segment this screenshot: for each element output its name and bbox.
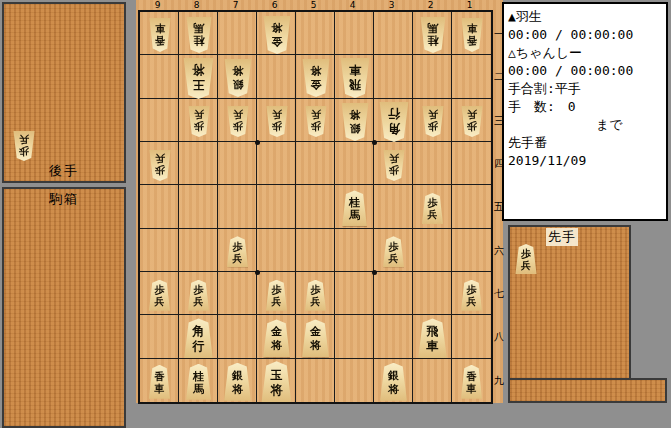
- board-square[interactable]: [413, 359, 452, 402]
- piece-kanji: 歩 兵: [155, 152, 165, 178]
- board-square[interactable]: [374, 55, 413, 98]
- piece-kanji: 歩 兵: [467, 109, 477, 135]
- sente-captured-tray: 先手 歩 兵: [508, 225, 631, 378]
- piece-kanji: 歩 兵: [521, 246, 531, 272]
- board-square[interactable]: [296, 185, 335, 228]
- file-label: 4: [333, 0, 372, 10]
- file-label: 1: [450, 0, 489, 10]
- piece-kanji: 桂 馬: [349, 194, 360, 222]
- board-area: 987654321 香 車桂 馬金 将桂 馬香 車王 将銀 将金 将飛 車歩 兵…: [136, 0, 503, 403]
- piece-kanji: 金 将: [310, 323, 321, 353]
- piece-box-label: 駒箱: [4, 190, 124, 208]
- piece-kanji: 金 将: [271, 20, 282, 50]
- piece-kanji: 歩 兵: [428, 109, 438, 135]
- gote-captured-tray: 歩 兵 後手: [2, 2, 126, 183]
- board-square[interactable]: [413, 55, 452, 98]
- piece-kanji: 銀 将: [232, 367, 243, 397]
- board-square[interactable]: [257, 185, 296, 228]
- sente-hand-pieces: 歩 兵: [510, 227, 629, 378]
- star-point: [255, 270, 260, 275]
- board-square[interactable]: [374, 12, 413, 55]
- piece-kanji: 角 行: [388, 106, 400, 138]
- piece-kanji: 玉 将: [271, 366, 283, 398]
- board-grid: 香 車桂 馬金 将桂 馬香 車王 将銀 将金 将飛 車歩 兵歩 兵歩 兵歩 兵銀…: [138, 10, 493, 404]
- board-square[interactable]: [413, 272, 452, 315]
- move-count-line: 手 数: 0: [508, 98, 666, 116]
- file-label: 7: [216, 0, 255, 10]
- sente-clock: 00:00 / 00:00:00: [508, 26, 666, 44]
- board-square[interactable]: [335, 359, 374, 402]
- piece-kanji: 桂 馬: [193, 368, 204, 396]
- board-square[interactable]: [257, 142, 296, 185]
- piece-kanji: 銀 将: [232, 63, 243, 93]
- board-square[interactable]: [335, 272, 374, 315]
- board-square[interactable]: [374, 185, 413, 228]
- board-square[interactable]: [179, 142, 218, 185]
- file-label: 2: [411, 0, 450, 10]
- file-label: 3: [372, 0, 411, 10]
- game-info-panel: ▲羽生 00:00 / 00:00:00 △ちゃんしー 00:00 / 00:0…: [502, 2, 668, 221]
- board-square[interactable]: [218, 12, 257, 55]
- board-square[interactable]: [218, 185, 257, 228]
- file-label: 6: [255, 0, 294, 10]
- sente-tray-extension: [508, 378, 667, 403]
- board-square[interactable]: [140, 229, 179, 272]
- board-square[interactable]: [374, 315, 413, 358]
- rank-label: 七: [493, 272, 505, 315]
- board-square[interactable]: [452, 185, 491, 228]
- piece-kanji: 香 車: [155, 369, 165, 395]
- board-square[interactable]: [335, 12, 374, 55]
- gote-tray-label: 後手: [4, 162, 124, 180]
- piece-box-panel: 駒箱: [2, 187, 126, 428]
- file-label: 8: [177, 0, 216, 10]
- piece-kanji: 金 将: [310, 63, 321, 93]
- piece-kanji: 歩 兵: [428, 195, 438, 221]
- turn-indicator: 先手番: [508, 134, 666, 152]
- rank-label: 六: [493, 229, 505, 272]
- piece-kanji: 香 車: [467, 22, 477, 48]
- piece-kanji: 銀 将: [349, 107, 360, 137]
- handicap-line: 手合割:平手: [508, 80, 666, 98]
- star-point: [255, 140, 260, 145]
- board-square[interactable]: [452, 229, 491, 272]
- piece-kanji: 歩 兵: [272, 282, 282, 308]
- gote-hand-pieces: 歩 兵: [4, 4, 124, 181]
- board-square[interactable]: [218, 315, 257, 358]
- board-square[interactable]: [140, 99, 179, 142]
- file-label: 9: [138, 0, 177, 10]
- kifu-window: 歩 兵 後手 駒箱 987654321 香 車桂 馬金 将桂 馬香 車王 将銀 …: [0, 0, 671, 428]
- rank-label: 九: [493, 359, 505, 402]
- board-square[interactable]: [452, 315, 491, 358]
- board-square[interactable]: [179, 229, 218, 272]
- piece-kanji: 桂 馬: [193, 21, 204, 49]
- piece-kanji: 歩 兵: [311, 282, 321, 308]
- piece-kanji: 歩 兵: [389, 152, 399, 178]
- board-square[interactable]: [413, 229, 452, 272]
- board-square[interactable]: [140, 55, 179, 98]
- board-square[interactable]: [257, 229, 296, 272]
- game-date: 2019/11/09: [508, 152, 666, 170]
- board-square[interactable]: [140, 315, 179, 358]
- file-label: 5: [294, 0, 333, 10]
- shogi-piece[interactable]: 歩 兵: [515, 244, 537, 274]
- piece-kanji: 歩 兵: [194, 109, 204, 135]
- piece-kanji: 歩 兵: [467, 282, 477, 308]
- board-square[interactable]: [413, 142, 452, 185]
- piece-kanji: 歩 兵: [311, 109, 321, 135]
- piece-kanji: 飛 車: [349, 62, 361, 94]
- piece-kanji: 香 車: [155, 22, 165, 48]
- board-square[interactable]: [179, 185, 218, 228]
- made-line: まで: [508, 116, 666, 134]
- piece-kanji: 飛 車: [427, 322, 439, 354]
- file-coordinates: 987654321: [138, 0, 489, 10]
- piece-kanji: 歩 兵: [194, 282, 204, 308]
- board-square[interactable]: [218, 272, 257, 315]
- board-square[interactable]: [140, 185, 179, 228]
- star-point: [372, 270, 377, 275]
- piece-kanji: 銀 将: [388, 367, 399, 397]
- board-square[interactable]: [452, 142, 491, 185]
- gote-clock: 00:00 / 00:00:00: [508, 62, 666, 80]
- board-square[interactable]: [335, 315, 374, 358]
- shogi-piece[interactable]: 歩 兵: [13, 131, 35, 161]
- rank-label: 八: [493, 315, 505, 358]
- piece-kanji: 歩 兵: [155, 282, 165, 308]
- piece-kanji: 歩 兵: [233, 239, 243, 265]
- piece-kanji: 王 将: [193, 62, 205, 94]
- piece-kanji: 金 将: [271, 323, 282, 353]
- board-square[interactable]: [335, 229, 374, 272]
- piece-kanji: 桂 馬: [427, 21, 438, 49]
- gote-player-name: △ちゃんしー: [508, 44, 666, 62]
- board-square[interactable]: [296, 12, 335, 55]
- piece-kanji: 歩 兵: [233, 109, 243, 135]
- board-square[interactable]: [452, 55, 491, 98]
- piece-kanji: 歩 兵: [389, 239, 399, 265]
- piece-kanji: 歩 兵: [272, 109, 282, 135]
- piece-kanji: 香 車: [467, 369, 477, 395]
- sente-player-name: ▲羽生: [508, 8, 666, 26]
- piece-kanji: 歩 兵: [19, 133, 29, 159]
- board-square[interactable]: [296, 359, 335, 402]
- star-point: [372, 140, 377, 145]
- board-square[interactable]: [374, 272, 413, 315]
- board-square[interactable]: [218, 142, 257, 185]
- piece-kanji: 角 行: [193, 322, 205, 354]
- board-square[interactable]: [335, 142, 374, 185]
- board-square[interactable]: [296, 142, 335, 185]
- board-square[interactable]: [296, 229, 335, 272]
- board-square[interactable]: [257, 55, 296, 98]
